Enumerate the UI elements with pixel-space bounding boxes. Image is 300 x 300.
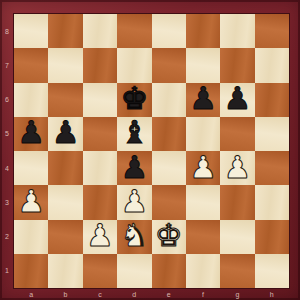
square-c4[interactable]: [83, 151, 117, 185]
rank-coordinates: 87654321: [0, 14, 14, 288]
square-g2[interactable]: [220, 220, 254, 254]
white-pawn[interactable]: ♟: [189, 152, 217, 183]
square-c7[interactable]: [83, 48, 117, 82]
square-c6[interactable]: [83, 83, 117, 117]
white-pawn[interactable]: ♟: [86, 220, 114, 251]
file-label-b: b: [48, 288, 82, 300]
square-c5[interactable]: [83, 117, 117, 151]
black-pawn[interactable]: ♟: [52, 117, 80, 148]
square-h6[interactable]: [255, 83, 289, 117]
white-pawn[interactable]: ♟: [120, 186, 148, 217]
white-knight[interactable]: ♞: [120, 220, 148, 251]
square-e3[interactable]: [152, 185, 186, 219]
square-b4[interactable]: [48, 151, 82, 185]
file-label-f: f: [186, 288, 220, 300]
square-a6[interactable]: [14, 83, 48, 117]
file-label-g: g: [220, 288, 254, 300]
white-pawn[interactable]: ♟: [17, 186, 45, 217]
square-a1[interactable]: [14, 254, 48, 288]
square-f5[interactable]: [186, 117, 220, 151]
square-f3[interactable]: [186, 185, 220, 219]
square-c3[interactable]: [83, 185, 117, 219]
square-f8[interactable]: [186, 14, 220, 48]
square-c1[interactable]: [83, 254, 117, 288]
square-f4[interactable]: ♟: [186, 151, 220, 185]
square-d1[interactable]: [117, 254, 151, 288]
square-d8[interactable]: [117, 14, 151, 48]
square-d6[interactable]: ♚: [117, 83, 151, 117]
white-king[interactable]: ♚: [155, 220, 183, 251]
square-e8[interactable]: [152, 14, 186, 48]
square-d3[interactable]: ♟: [117, 185, 151, 219]
square-a5[interactable]: ♟: [14, 117, 48, 151]
square-f2[interactable]: [186, 220, 220, 254]
square-a2[interactable]: [14, 220, 48, 254]
square-d4[interactable]: ♟: [117, 151, 151, 185]
rank-label-5: 5: [0, 117, 14, 151]
square-e7[interactable]: [152, 48, 186, 82]
file-coordinates: abcdefgh: [14, 288, 289, 300]
rank-label-8: 8: [0, 14, 14, 48]
black-pawn[interactable]: ♟: [224, 83, 252, 114]
square-h3[interactable]: [255, 185, 289, 219]
square-g3[interactable]: [220, 185, 254, 219]
square-e4[interactable]: [152, 151, 186, 185]
file-label-e: e: [152, 288, 186, 300]
square-f6[interactable]: ♟: [186, 83, 220, 117]
rank-label-1: 1: [0, 254, 14, 288]
square-h4[interactable]: [255, 151, 289, 185]
rank-label-4: 4: [0, 151, 14, 185]
chess-board: ♚♟♟♟♟♝♟♟♟♟♟♟♞♚: [14, 14, 289, 288]
square-g5[interactable]: [220, 117, 254, 151]
black-pawn[interactable]: ♟: [189, 83, 217, 114]
square-c8[interactable]: [83, 14, 117, 48]
square-a8[interactable]: [14, 14, 48, 48]
square-h8[interactable]: [255, 14, 289, 48]
square-d7[interactable]: [117, 48, 151, 82]
square-a4[interactable]: [14, 151, 48, 185]
square-a3[interactable]: ♟: [14, 185, 48, 219]
file-label-d: d: [117, 288, 151, 300]
square-e1[interactable]: [152, 254, 186, 288]
square-b6[interactable]: [48, 83, 82, 117]
square-h2[interactable]: [255, 220, 289, 254]
rank-label-2: 2: [0, 220, 14, 254]
square-f7[interactable]: [186, 48, 220, 82]
square-d2[interactable]: ♞: [117, 220, 151, 254]
file-label-h: h: [255, 288, 289, 300]
chess-board-frame: 87654321 ♚♟♟♟♟♝♟♟♟♟♟♟♞♚ abcdefgh: [0, 0, 300, 300]
black-bishop[interactable]: ♝: [120, 117, 148, 148]
square-b8[interactable]: [48, 14, 82, 48]
square-b7[interactable]: [48, 48, 82, 82]
square-e5[interactable]: [152, 117, 186, 151]
square-h5[interactable]: [255, 117, 289, 151]
rank-label-3: 3: [0, 185, 14, 219]
rank-label-7: 7: [0, 48, 14, 82]
square-c2[interactable]: ♟: [83, 220, 117, 254]
square-b3[interactable]: [48, 185, 82, 219]
black-pawn[interactable]: ♟: [17, 117, 45, 148]
file-label-a: a: [14, 288, 48, 300]
square-g7[interactable]: [220, 48, 254, 82]
square-g1[interactable]: [220, 254, 254, 288]
square-f1[interactable]: [186, 254, 220, 288]
square-a7[interactable]: [14, 48, 48, 82]
square-b2[interactable]: [48, 220, 82, 254]
black-king[interactable]: ♚: [120, 83, 148, 114]
square-h1[interactable]: [255, 254, 289, 288]
square-h7[interactable]: [255, 48, 289, 82]
square-g8[interactable]: [220, 14, 254, 48]
white-pawn[interactable]: ♟: [224, 152, 252, 183]
black-pawn[interactable]: ♟: [120, 152, 148, 183]
rank-label-6: 6: [0, 83, 14, 117]
square-e2[interactable]: ♚: [152, 220, 186, 254]
square-d5[interactable]: ♝: [117, 117, 151, 151]
file-label-c: c: [83, 288, 117, 300]
square-e6[interactable]: [152, 83, 186, 117]
square-g4[interactable]: ♟: [220, 151, 254, 185]
square-b1[interactable]: [48, 254, 82, 288]
square-b5[interactable]: ♟: [48, 117, 82, 151]
square-g6[interactable]: ♟: [220, 83, 254, 117]
